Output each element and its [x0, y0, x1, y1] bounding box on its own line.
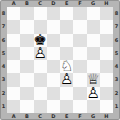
square-a5: [7, 47, 20, 60]
square-g8: [87, 7, 100, 20]
white-pawn: ♟♙: [34, 47, 47, 60]
square-a3: [7, 73, 20, 86]
square-g5: [87, 47, 100, 60]
square-e8: [60, 7, 73, 20]
coord-label-2: 2: [0, 87, 7, 100]
square-e1: [60, 100, 73, 113]
square-d4: [47, 60, 60, 73]
square-e6: [60, 34, 73, 47]
square-f7: [73, 20, 86, 33]
square-b4: [20, 60, 33, 73]
square-b6: [20, 34, 33, 47]
coord-label-3: 3: [0, 73, 7, 86]
file-labels-bottom: ABCDEFGH: [7, 113, 113, 120]
square-g2: ♟♙: [87, 87, 100, 100]
square-g6: [87, 34, 100, 47]
square-b1: [20, 100, 33, 113]
coord-label-1: 1: [0, 100, 7, 113]
square-a2: [7, 87, 20, 100]
coord-label-e: E: [60, 0, 73, 7]
square-c5: ♟♙: [34, 47, 47, 60]
square-h1: [100, 100, 113, 113]
coord-label-8: 8: [113, 7, 120, 20]
chess-board: ♚♟♙♞♘♟♙♛♕♟♙: [7, 7, 113, 113]
square-f2: [73, 87, 86, 100]
coord-label-7: 7: [0, 20, 7, 33]
square-a6: [7, 34, 20, 47]
rank-labels-right: 87654321: [113, 7, 120, 113]
square-h6: [100, 34, 113, 47]
square-h3: [100, 73, 113, 86]
chess-diagram: ABCDEFGH ABCDEFGH 87654321 87654321 ♚♟♙♞…: [0, 0, 120, 120]
coord-label-4: 4: [0, 60, 7, 73]
square-f5: [73, 47, 86, 60]
square-c3: [34, 73, 47, 86]
square-c8: [34, 7, 47, 20]
square-d7: [47, 20, 60, 33]
square-e2: [60, 87, 73, 100]
coord-label-6: 6: [113, 34, 120, 47]
square-d2: [47, 87, 60, 100]
rank-labels-left: 87654321: [0, 7, 7, 113]
square-d1: [47, 100, 60, 113]
coord-label-3: 3: [113, 73, 120, 86]
coord-label-e: E: [60, 113, 73, 120]
white-pawn-outline: ♙: [60, 73, 73, 86]
square-h2: [100, 87, 113, 100]
square-a1: [7, 100, 20, 113]
coord-label-a: A: [7, 113, 20, 120]
coord-label-d: D: [47, 113, 60, 120]
white-pawn-outline: ♙: [34, 47, 47, 60]
square-e3: ♟♙: [60, 73, 73, 86]
coord-label-f: F: [73, 113, 86, 120]
square-e7: [60, 20, 73, 33]
coord-label-2: 2: [113, 87, 120, 100]
square-a8: [7, 7, 20, 20]
square-f8: [73, 7, 86, 20]
square-c4: [34, 60, 47, 73]
file-labels-top: ABCDEFGH: [7, 0, 113, 7]
white-pawn: ♟♙: [87, 87, 100, 100]
square-h5: [100, 47, 113, 60]
square-h7: [100, 20, 113, 33]
square-b8: [20, 7, 33, 20]
coord-label-a: A: [7, 0, 20, 7]
coord-label-1: 1: [113, 100, 120, 113]
square-b2: [20, 87, 33, 100]
coord-label-7: 7: [113, 20, 120, 33]
coord-label-f: F: [73, 0, 86, 7]
square-f3: [73, 73, 86, 86]
square-h4: [100, 60, 113, 73]
coord-label-d: D: [47, 0, 60, 7]
square-f4: [73, 60, 86, 73]
square-g1: [87, 100, 100, 113]
coord-label-h: H: [100, 113, 113, 120]
square-c2: [34, 87, 47, 100]
square-d8: [47, 7, 60, 20]
square-f6: [73, 34, 86, 47]
square-b3: [20, 73, 33, 86]
coord-label-b: B: [20, 0, 33, 7]
square-d5: [47, 47, 60, 60]
square-g7: [87, 20, 100, 33]
square-c1: [34, 100, 47, 113]
square-h8: [100, 7, 113, 20]
coord-label-c: C: [34, 113, 47, 120]
square-b5: [20, 47, 33, 60]
square-d6: [47, 34, 60, 47]
square-a4: [7, 60, 20, 73]
coord-label-6: 6: [0, 34, 7, 47]
square-a7: [7, 20, 20, 33]
square-b7: [20, 20, 33, 33]
coord-label-5: 5: [113, 47, 120, 60]
white-pawn: ♟♙: [60, 73, 73, 86]
coord-label-8: 8: [0, 7, 7, 20]
square-f1: [73, 100, 86, 113]
coord-label-c: C: [34, 0, 47, 7]
square-d3: [47, 73, 60, 86]
coord-label-b: B: [20, 113, 33, 120]
coord-label-g: G: [87, 113, 100, 120]
coord-label-5: 5: [0, 47, 7, 60]
coord-label-h: H: [100, 0, 113, 7]
coord-label-4: 4: [113, 60, 120, 73]
white-pawn-outline: ♙: [87, 87, 100, 100]
coord-label-g: G: [87, 0, 100, 7]
